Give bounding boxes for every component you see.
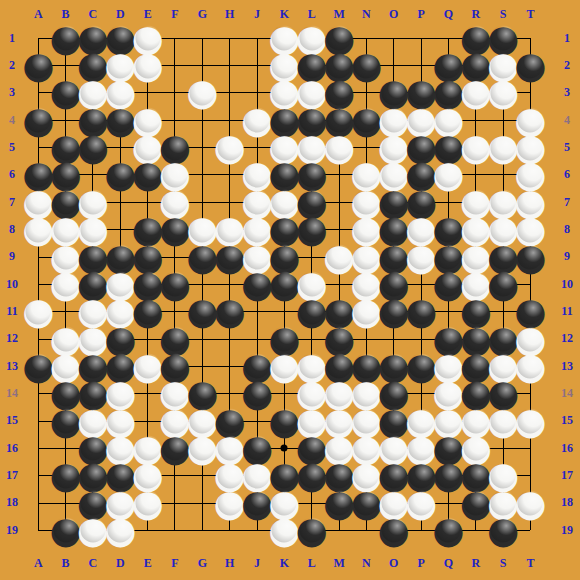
white-stone: ●: [462, 134, 489, 161]
white-stone: ●: [216, 490, 243, 517]
stone-shading: [381, 299, 406, 324]
col-label-bottom-J: J: [243, 555, 270, 571]
stone-shading: [108, 108, 133, 133]
stone-shading: [53, 80, 78, 105]
col-label-top-H: H: [216, 6, 243, 22]
black-stone: ●: [161, 435, 188, 462]
stone-shading: [135, 491, 160, 516]
stone-shading: [327, 135, 352, 160]
intersection-D4[interactable]: ●: [107, 107, 134, 134]
row-label-left-1: 1: [2, 25, 22, 52]
intersection-F2[interactable]: [161, 52, 188, 79]
intersection-O1[interactable]: [380, 25, 407, 52]
stone-shading: [436, 518, 461, 543]
intersection-E2[interactable]: ●: [134, 52, 161, 79]
stone-shading: [409, 491, 434, 516]
row-label-right-9: 9: [557, 243, 577, 270]
intersection-R18[interactable]: ●: [462, 489, 489, 516]
stone-shading: [299, 217, 324, 242]
row-label-right-19: 19: [557, 517, 577, 544]
stone-shading: [245, 491, 270, 516]
col-label-top-N: N: [353, 6, 380, 22]
intersection-T18[interactable]: ●: [517, 489, 544, 516]
stone-shading: [463, 80, 488, 105]
intersection-T9[interactable]: ●: [517, 243, 544, 270]
stone-shading: [135, 53, 160, 78]
intersection-H3[interactable]: [216, 79, 243, 106]
intersection-F19[interactable]: [161, 517, 188, 544]
white-stone: ●: [52, 271, 79, 298]
stone-shading: [354, 491, 379, 516]
col-label-bottom-D: D: [107, 555, 134, 571]
intersection-H9[interactable]: ●: [216, 243, 243, 270]
intersection-S19[interactable]: ●: [489, 517, 516, 544]
col-label-top-T: T: [517, 6, 544, 22]
col-label-bottom-R: R: [462, 555, 489, 571]
stone-shading: [409, 354, 434, 379]
intersection-R3[interactable]: ●: [462, 79, 489, 106]
row-label-right-10: 10: [557, 271, 577, 298]
intersection-A11[interactable]: ●: [25, 298, 52, 325]
col-label-bottom-A: A: [25, 555, 52, 571]
stone-shading: [53, 272, 78, 297]
row-label-right-16: 16: [557, 435, 577, 462]
intersection-J1[interactable]: [243, 25, 270, 52]
intersection-S5[interactable]: ●: [489, 134, 516, 161]
col-label-top-A: A: [25, 6, 52, 22]
intersection-A17[interactable]: [25, 462, 52, 489]
stone-shading: [518, 409, 543, 434]
stone-shading: [190, 80, 215, 105]
row-label-left-10: 10: [2, 271, 22, 298]
intersection-S15[interactable]: ●: [489, 407, 516, 434]
stone-shading: [381, 518, 406, 543]
intersection-C19[interactable]: ●: [79, 517, 106, 544]
white-stone: ●: [134, 353, 161, 380]
black-stone: ●: [52, 25, 79, 52]
intersection-A16[interactable]: [25, 435, 52, 462]
intersection-G19[interactable]: [189, 517, 216, 544]
intersection-B17[interactable]: ●: [52, 462, 79, 489]
row-label-right-18: 18: [557, 489, 577, 516]
row-label-right-1: 1: [557, 25, 577, 52]
intersection-L17[interactable]: ●: [298, 462, 325, 489]
stone-shading: [26, 354, 51, 379]
black-stone: ●: [517, 244, 544, 271]
black-stone: ●: [517, 52, 544, 79]
intersection-L11[interactable]: ●: [298, 298, 325, 325]
white-stone: ●: [490, 79, 517, 106]
stone-shading: [245, 272, 270, 297]
stone-shading: [436, 463, 461, 488]
intersection-N11[interactable]: ●: [353, 298, 380, 325]
stone-shading: [327, 245, 352, 270]
intersection-F1[interactable]: [161, 25, 188, 52]
row-label-left-15: 15: [2, 407, 22, 434]
col-label-bottom-M: M: [325, 555, 352, 571]
column-labels-bottom: ABCDEFGHJKLMNOPQRST: [25, 555, 545, 571]
intersection-H18[interactable]: ●: [216, 489, 243, 516]
stone-shading: [518, 354, 543, 379]
stone-shading: [53, 409, 78, 434]
intersection-F10[interactable]: ●: [161, 271, 188, 298]
col-label-bottom-T: T: [517, 555, 544, 571]
intersection-H5[interactable]: ●: [216, 134, 243, 161]
black-stone: ●: [380, 517, 407, 544]
row-label-right-2: 2: [557, 52, 577, 79]
stone-shading: [135, 354, 160, 379]
black-stone: ●: [462, 490, 489, 517]
stone-shading: [409, 299, 434, 324]
intersection-B3[interactable]: ●: [52, 79, 79, 106]
row-label-right-4: 4: [557, 107, 577, 134]
stone-shading: [491, 135, 516, 160]
row-label-right-11: 11: [557, 298, 577, 325]
white-stone: ●: [107, 517, 134, 544]
black-stone: ●: [216, 244, 243, 271]
stone-shading: [491, 272, 516, 297]
row-label-left-6: 6: [2, 161, 22, 188]
intersection-P9[interactable]: ●: [407, 243, 434, 270]
stone-shading: [409, 245, 434, 270]
col-label-bottom-F: F: [161, 555, 188, 571]
col-label-bottom-H: H: [216, 555, 243, 571]
row-label-right-3: 3: [557, 79, 577, 106]
black-stone: ●: [490, 517, 517, 544]
white-stone: ●: [79, 517, 106, 544]
stone-shading: [518, 491, 543, 516]
col-label-bottom-Q: Q: [435, 555, 462, 571]
intersection-N18[interactable]: ●: [353, 489, 380, 516]
white-stone: ●: [134, 490, 161, 517]
intersection-G6[interactable]: [189, 161, 216, 188]
intersection-G1[interactable]: [189, 25, 216, 52]
row-label-right-14: 14: [557, 380, 577, 407]
intersection-T2[interactable]: ●: [517, 52, 544, 79]
white-stone: ●: [216, 134, 243, 161]
white-stone: ●: [517, 353, 544, 380]
go-board: ●●●●●●●●●●●●●●●●●●●●●●●●●●●●●●●●●●●●●●●●…: [25, 25, 545, 545]
intersection-Q6[interactable]: ●: [435, 161, 462, 188]
row-label-left-8: 8: [2, 216, 22, 243]
stone-shading: [436, 162, 461, 187]
intersection-L8[interactable]: ●: [298, 216, 325, 243]
intersection-D19[interactable]: ●: [107, 517, 134, 544]
stone-shading: [491, 518, 516, 543]
intersection-K15[interactable]: ●: [271, 407, 298, 434]
intersection-R5[interactable]: ●: [462, 134, 489, 161]
row-label-left-16: 16: [2, 435, 22, 462]
row-label-right-12: 12: [557, 325, 577, 352]
black-stone: ●: [25, 353, 52, 380]
black-stone: ●: [353, 107, 380, 134]
white-stone: ●: [490, 134, 517, 161]
intersection-A8[interactable]: ●: [25, 216, 52, 243]
black-stone: ●: [25, 107, 52, 134]
stone-shading: [80, 135, 105, 160]
black-stone: ●: [25, 52, 52, 79]
black-stone: ●: [326, 490, 353, 517]
intersection-G18[interactable]: [189, 489, 216, 516]
stone-shading: [327, 491, 352, 516]
intersection-M9[interactable]: ●: [325, 243, 352, 270]
row-label-left-7: 7: [2, 189, 22, 216]
black-stone: ●: [134, 298, 161, 325]
intersection-J10[interactable]: ●: [243, 271, 270, 298]
stone-shading: [26, 53, 51, 78]
stone-shading: [162, 272, 187, 297]
col-label-bottom-O: O: [380, 555, 407, 571]
row-label-left-12: 12: [2, 325, 22, 352]
intersection-F16[interactable]: ●: [161, 435, 188, 462]
row-label-left-14: 14: [2, 380, 22, 407]
row-label-right-13: 13: [557, 353, 577, 380]
go-board-screen: ABCDEFGHJKLMNOPQRST ABCDEFGHJKLMNOPQRST …: [0, 0, 580, 580]
stone-shading: [272, 272, 297, 297]
row-label-right-6: 6: [557, 161, 577, 188]
black-stone: ●: [216, 298, 243, 325]
intersection-F3[interactable]: [161, 79, 188, 106]
intersection-G5[interactable]: [189, 134, 216, 161]
white-stone: ●: [326, 134, 353, 161]
stone-shading: [463, 491, 488, 516]
stone-shading: [299, 299, 324, 324]
black-stone: ●: [380, 298, 407, 325]
intersection-K13[interactable]: ●: [271, 353, 298, 380]
intersection-G11[interactable]: ●: [189, 298, 216, 325]
col-label-bottom-S: S: [489, 555, 516, 571]
stone-shading: [135, 299, 160, 324]
stone-shading: [108, 162, 133, 187]
row-labels-right: 12345678910111213141516171819: [557, 25, 577, 545]
intersection-A2[interactable]: ●: [25, 52, 52, 79]
black-stone: ●: [271, 408, 298, 435]
stone-shading: [162, 436, 187, 461]
stone-shading: [436, 272, 461, 297]
stone-shading: [26, 108, 51, 133]
white-stone: ●: [353, 298, 380, 325]
black-stone: ●: [107, 161, 134, 188]
col-label-bottom-B: B: [52, 555, 79, 571]
intersection-P13[interactable]: ●: [407, 353, 434, 380]
intersection-H1[interactable]: [216, 25, 243, 52]
stone-shading: [354, 53, 379, 78]
intersection-C5[interactable]: ●: [79, 134, 106, 161]
stone-shading: [53, 26, 78, 51]
intersection-A19[interactable]: [25, 517, 52, 544]
black-stone: ●: [189, 298, 216, 325]
intersection-Q17[interactable]: ●: [435, 462, 462, 489]
black-stone: ●: [52, 462, 79, 489]
col-label-top-G: G: [189, 6, 216, 22]
intersection-F8[interactable]: ●: [161, 216, 188, 243]
intersection-D6[interactable]: ●: [107, 161, 134, 188]
white-stone: ●: [517, 490, 544, 517]
row-label-right-8: 8: [557, 216, 577, 243]
col-label-bottom-G: G: [189, 555, 216, 571]
stone-shading: [26, 217, 51, 242]
col-label-top-P: P: [407, 6, 434, 22]
intersection-N2[interactable]: ●: [353, 52, 380, 79]
col-label-bottom-P: P: [407, 555, 434, 571]
intersection-B10[interactable]: ●: [52, 271, 79, 298]
row-label-left-9: 9: [2, 243, 22, 270]
intersection-O11[interactable]: ●: [380, 298, 407, 325]
intersection-P18[interactable]: ●: [407, 489, 434, 516]
white-stone: ●: [25, 298, 52, 325]
black-stone: ●: [134, 161, 161, 188]
stone-shading: [299, 518, 324, 543]
intersection-G9[interactable]: ●: [189, 243, 216, 270]
white-stone: ●: [326, 244, 353, 271]
white-stone: ●: [462, 79, 489, 106]
row-label-left-5: 5: [2, 134, 22, 161]
stone-shading: [135, 162, 160, 187]
stone-shading: [108, 518, 133, 543]
stone-shading: [518, 53, 543, 78]
row-label-left-4: 4: [2, 107, 22, 134]
black-stone: ●: [298, 462, 325, 489]
black-stone: ●: [244, 490, 271, 517]
white-stone: ●: [408, 490, 435, 517]
intersection-M7[interactable]: [325, 189, 352, 216]
white-stone: ●: [25, 216, 52, 243]
stone-shading: [272, 518, 297, 543]
stone-shading: [53, 463, 78, 488]
white-stone: ●: [435, 161, 462, 188]
intersection-B1[interactable]: ●: [52, 25, 79, 52]
stone-shading: [491, 409, 516, 434]
intersection-F18[interactable]: [161, 489, 188, 516]
white-stone: ●: [271, 353, 298, 380]
black-stone: ●: [79, 134, 106, 161]
row-label-left-13: 13: [2, 353, 22, 380]
stone-shading: [272, 354, 297, 379]
intersection-A13[interactable]: ●: [25, 353, 52, 380]
intersection-M18[interactable]: ●: [325, 489, 352, 516]
stone-shading: [80, 518, 105, 543]
stone-shading: [217, 299, 242, 324]
black-stone: ●: [244, 380, 271, 407]
black-stone: ●: [298, 517, 325, 544]
white-stone: ●: [271, 517, 298, 544]
black-stone: ●: [244, 271, 271, 298]
col-label-bottom-K: K: [271, 555, 298, 571]
intersection-A18[interactable]: [25, 489, 52, 516]
col-label-top-Q: Q: [435, 6, 462, 22]
stone-shading: [463, 135, 488, 160]
row-label-left-2: 2: [2, 52, 22, 79]
intersection-T13[interactable]: ●: [517, 353, 544, 380]
stone-shading: [518, 245, 543, 270]
row-label-right-7: 7: [557, 189, 577, 216]
black-stone: ●: [298, 298, 325, 325]
intersection-E11[interactable]: ●: [134, 298, 161, 325]
intersection-N4[interactable]: ●: [353, 107, 380, 134]
black-stone: ●: [52, 79, 79, 106]
stone-shading: [190, 245, 215, 270]
col-label-top-O: O: [380, 6, 407, 22]
black-stone: ●: [271, 271, 298, 298]
intersection-H2[interactable]: [216, 52, 243, 79]
intersection-A4[interactable]: ●: [25, 107, 52, 134]
col-label-top-J: J: [243, 6, 270, 22]
white-stone: ●: [517, 408, 544, 435]
row-label-left-19: 19: [2, 517, 22, 544]
intersection-E18[interactable]: ●: [134, 489, 161, 516]
white-stone: ●: [134, 52, 161, 79]
intersection-T15[interactable]: ●: [517, 407, 544, 434]
intersection-J4[interactable]: ●: [243, 107, 270, 134]
intersection-Q19[interactable]: ●: [435, 517, 462, 544]
white-stone: ●: [189, 79, 216, 106]
intersection-E6[interactable]: ●: [134, 161, 161, 188]
intersection-B19[interactable]: ●: [52, 517, 79, 544]
col-label-bottom-E: E: [134, 555, 161, 571]
stone-shading: [245, 381, 270, 406]
col-label-bottom-C: C: [79, 555, 106, 571]
stone-shading: [190, 299, 215, 324]
row-label-right-5: 5: [557, 134, 577, 161]
white-stone: ●: [408, 244, 435, 271]
black-stone: ●: [408, 353, 435, 380]
col-label-top-F: F: [161, 6, 188, 22]
black-stone: ●: [435, 462, 462, 489]
intersection-G16[interactable]: ●: [189, 435, 216, 462]
black-stone: ●: [435, 271, 462, 298]
black-stone: ●: [52, 517, 79, 544]
intersection-J18[interactable]: ●: [243, 489, 270, 516]
stone-shading: [190, 436, 215, 461]
intersection-B15[interactable]: ●: [52, 407, 79, 434]
black-stone: ●: [161, 216, 188, 243]
intersection-K10[interactable]: ●: [271, 271, 298, 298]
intersection-G3[interactable]: ●: [189, 79, 216, 106]
white-stone: ●: [244, 107, 271, 134]
intersection-S3[interactable]: ●: [489, 79, 516, 106]
col-label-bottom-N: N: [353, 555, 380, 571]
black-stone: ●: [298, 216, 325, 243]
intersection-E13[interactable]: ●: [134, 353, 161, 380]
intersection-J14[interactable]: ●: [243, 380, 270, 407]
intersection-M5[interactable]: ●: [325, 134, 352, 161]
row-label-left-3: 3: [2, 79, 22, 106]
intersection-H13[interactable]: [216, 353, 243, 380]
intersection-J2[interactable]: [243, 52, 270, 79]
stone-shading: [53, 518, 78, 543]
stone-shading: [299, 463, 324, 488]
row-label-left-17: 17: [2, 462, 22, 489]
black-stone: ●: [189, 244, 216, 271]
star-point-K16: [281, 445, 288, 452]
intersection-H11[interactable]: ●: [216, 298, 243, 325]
intersection-L19[interactable]: ●: [298, 517, 325, 544]
intersection-K19[interactable]: ●: [271, 517, 298, 544]
stone-shading: [272, 409, 297, 434]
row-label-right-17: 17: [557, 462, 577, 489]
stone-shading: [491, 80, 516, 105]
row-labels-left: 12345678910111213141516171819: [2, 25, 22, 545]
intersection-P11[interactable]: ●: [407, 298, 434, 325]
black-stone: ●: [408, 298, 435, 325]
intersection-O19[interactable]: ●: [380, 517, 407, 544]
intersection-S10[interactable]: ●: [489, 271, 516, 298]
white-stone: ●: [189, 435, 216, 462]
black-stone: ●: [353, 52, 380, 79]
intersection-A15[interactable]: [25, 407, 52, 434]
intersection-Q10[interactable]: ●: [435, 271, 462, 298]
intersection-P1[interactable]: [407, 25, 434, 52]
